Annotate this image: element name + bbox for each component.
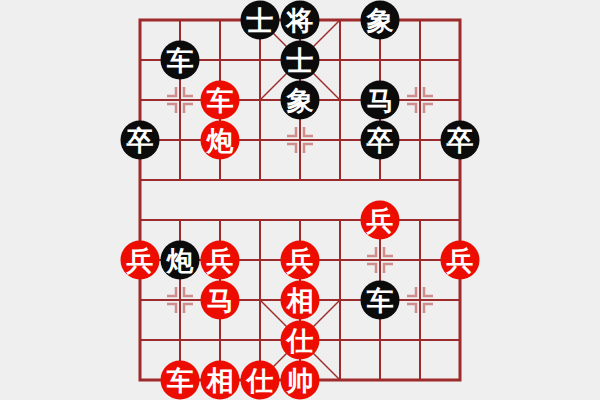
piece-black-advisor[interactable]: 士 <box>241 1 280 40</box>
piece-red-pawn[interactable]: 兵 <box>201 241 240 280</box>
piece-red-advisor[interactable]: 仕 <box>281 321 320 360</box>
piece-red-king[interactable]: 帅 <box>281 361 320 400</box>
piece-black-elephant[interactable]: 象 <box>361 1 400 40</box>
piece-red-pawn[interactable]: 兵 <box>361 201 400 240</box>
piece-red-advisor[interactable]: 仕 <box>241 361 280 400</box>
piece-red-rook[interactable]: 车 <box>161 361 200 400</box>
piece-red-pawn[interactable]: 兵 <box>121 241 160 280</box>
piece-black-pawn[interactable]: 卒 <box>441 121 480 160</box>
piece-red-cannon[interactable]: 炮 <box>201 121 240 160</box>
piece-black-elephant[interactable]: 象 <box>281 81 320 120</box>
piece-black-rook[interactable]: 车 <box>361 281 400 320</box>
piece-black-pawn[interactable]: 卒 <box>361 121 400 160</box>
piece-red-horse[interactable]: 马 <box>201 281 240 320</box>
piece-black-pawn[interactable]: 卒 <box>121 121 160 160</box>
piece-black-advisor[interactable]: 士 <box>281 41 320 80</box>
piece-red-elephant[interactable]: 相 <box>201 361 240 400</box>
xiangqi-board: 士将象车士象马车卒炮卒卒兵兵炮兵兵兵马相车仕车相仕帅 <box>0 0 600 400</box>
piece-black-rook[interactable]: 车 <box>161 41 200 80</box>
piece-black-cannon[interactable]: 炮 <box>161 241 200 280</box>
piece-red-pawn[interactable]: 兵 <box>441 241 480 280</box>
piece-red-pawn[interactable]: 兵 <box>281 241 320 280</box>
piece-red-elephant[interactable]: 相 <box>281 281 320 320</box>
pieces-layer: 士将象车士象马车卒炮卒卒兵兵炮兵兵兵马相车仕车相仕帅 <box>0 0 600 400</box>
piece-black-horse[interactable]: 马 <box>361 81 400 120</box>
piece-black-general[interactable]: 将 <box>281 1 320 40</box>
piece-red-rook[interactable]: 车 <box>201 81 240 120</box>
